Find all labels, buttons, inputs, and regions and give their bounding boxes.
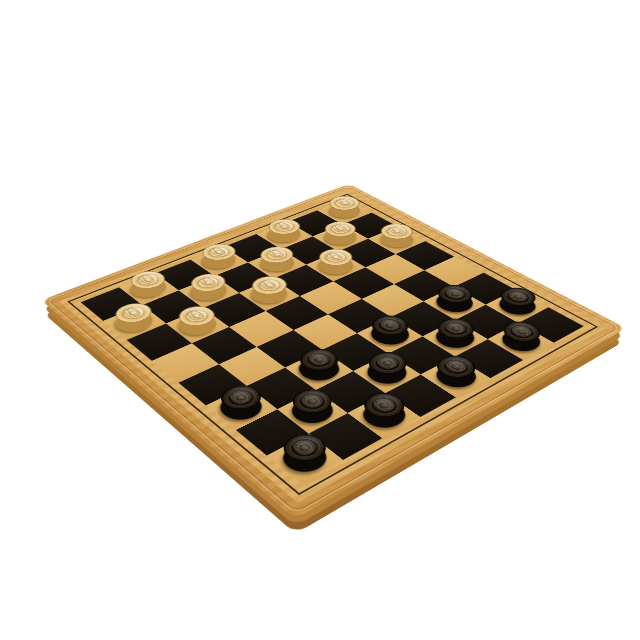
dark-checker-glyph: ⛂ — [223, 386, 259, 407]
dark-checker-glyph: ⛂ — [440, 285, 471, 301]
light-checker-glyph: ⛀ — [383, 224, 411, 237]
light-checker-glyph: ⛀ — [117, 304, 149, 321]
dark-checker-glyph: ⛂ — [294, 390, 330, 412]
product-photo-scene: ⛀⛀⛂⛀⛂⛂⛀⛀⛂⛀⛂⛂⛀⛀⛂⛀⛂⛂⛀⛀⛂⛀⛂⛂ — [0, 0, 640, 640]
dark-checker-glyph: ⛂ — [439, 356, 473, 376]
dark-checker-glyph: ⛂ — [366, 394, 402, 416]
light-checker-glyph: ⛀ — [204, 244, 233, 258]
dark-checker-glyph: ⛂ — [374, 316, 406, 334]
light-checker-glyph: ⛀ — [193, 274, 224, 290]
checker-light[interactable]: ⛀ — [245, 273, 293, 298]
light-checker-glyph: ⛀ — [132, 271, 162, 286]
square-4-4-light[interactable] — [293, 314, 357, 350]
dark-checker-glyph: ⛂ — [302, 349, 336, 368]
light-checker-glyph: ⛀ — [326, 222, 354, 235]
board-frame: ⛀⛀⛂⛀⛂⛂⛀⛀⛂⛀⛂⛂⛀⛀⛂⛀⛂⛂⛀⛀⛂⛀⛂⛂ — [41, 184, 626, 519]
light-checker-glyph: ⛀ — [321, 249, 350, 263]
dark-checker-glyph: ⛂ — [370, 353, 404, 373]
checker-light[interactable]: ⛀ — [323, 193, 365, 212]
board-grid: ⛀⛀⛂⛀⛂⛂⛀⛀⛂⛀⛂⛂⛀⛀⛂⛀⛂⛂⛀⛀⛂⛀⛂⛂ — [81, 199, 584, 483]
checker-dark[interactable]: ⛂ — [430, 315, 481, 343]
checkers-board: ⛀⛀⛂⛀⛂⛂⛀⛀⛂⛀⛂⛂⛀⛀⛂⛀⛂⛂⛀⛀⛂⛀⛂⛂ — [41, 184, 626, 519]
dark-checker-glyph: ⛂ — [286, 435, 324, 459]
dark-checker-glyph: ⛂ — [506, 322, 539, 340]
light-checker-glyph: ⛀ — [254, 277, 285, 293]
light-checker-glyph: ⛀ — [262, 247, 291, 261]
light-checker-glyph: ⛀ — [181, 307, 213, 324]
board-field: ⛀⛀⛂⛀⛂⛂⛀⛀⛂⛀⛂⛂⛀⛀⛂⛀⛂⛂⛀⛀⛂⛀⛂⛂ — [59, 191, 607, 503]
light-checker-glyph: ⛀ — [270, 219, 298, 232]
dark-checker-glyph: ⛂ — [440, 319, 473, 337]
dark-checker-glyph: ⛂ — [503, 288, 534, 304]
light-checker-glyph: ⛀ — [331, 196, 358, 208]
